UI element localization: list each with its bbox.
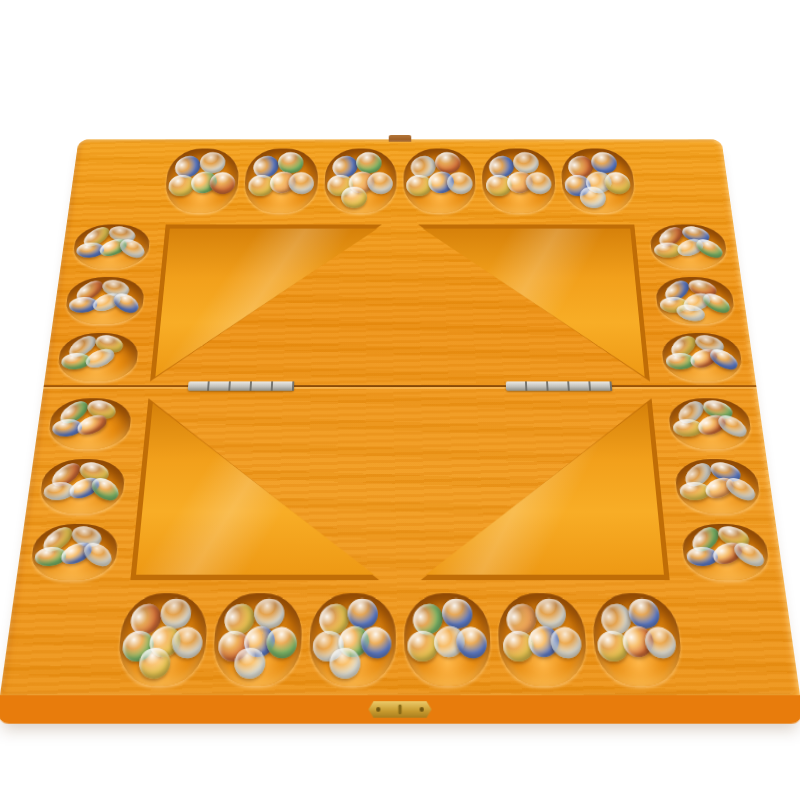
stone-blue [707,345,740,373]
hinge-right [506,381,613,390]
stone-green [694,236,725,261]
store-tray [136,403,376,575]
pit-t4[interactable] [403,149,476,214]
brass-latch [368,701,431,718]
stone-clear [716,411,750,440]
pit-l6[interactable] [29,524,120,581]
store-tray [424,403,664,575]
latch-keyhole [398,705,401,715]
pit-b6[interactable] [590,593,684,686]
fold-seam [44,385,757,387]
store-lower-right[interactable] [419,398,669,580]
pit-l3[interactable] [56,333,140,382]
pit-t5[interactable] [481,149,556,214]
store-upper-right[interactable] [418,224,650,381]
pit-b2[interactable] [212,593,303,686]
pit-column-right-upper [649,224,744,381]
board-scene [0,139,800,721]
stone-green [700,289,732,316]
stone-clear [723,473,758,504]
pit-r6[interactable] [680,524,771,581]
pit-b4[interactable] [404,593,492,686]
pit-r5[interactable] [674,459,763,513]
pit-l1[interactable] [71,224,151,268]
pit-r2[interactable] [654,277,736,323]
pit-b5[interactable] [497,593,588,686]
pit-column-right-lower [667,398,771,580]
pit-column-left-lower [29,398,133,580]
pit-t3[interactable] [323,149,396,214]
pit-r3[interactable] [660,333,744,382]
clasp-tab [389,135,412,142]
pit-r1[interactable] [649,224,729,268]
pit-l5[interactable] [38,459,127,513]
pit-t6[interactable] [559,149,636,214]
pit-r4[interactable] [667,398,753,449]
pit-b3[interactable] [308,593,396,686]
mancala-board [0,139,800,723]
pit-column-left-upper [56,224,151,381]
pit-t1[interactable] [163,149,240,214]
stone-clear [731,538,766,570]
hinge-left [188,381,295,390]
pit-b1[interactable] [116,593,210,686]
store-lower-left[interactable] [130,398,380,580]
pit-row-top [163,149,637,214]
pit-row-bottom [116,593,685,686]
pit-t2[interactable] [243,149,318,214]
pit-l4[interactable] [47,398,133,449]
store-upper-left[interactable] [150,224,382,381]
pit-l2[interactable] [64,277,146,323]
